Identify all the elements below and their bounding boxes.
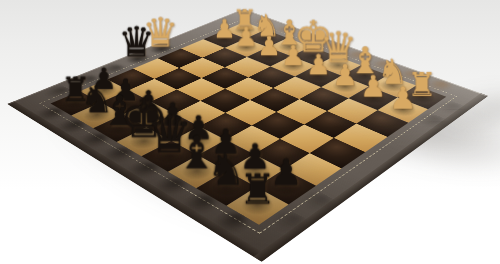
white-pawn-glyph: ♟ bbox=[213, 16, 236, 42]
white-pawn-glyph: ♟ bbox=[332, 61, 358, 90]
black-queen-glyph: ♛ bbox=[118, 21, 155, 63]
black-rook-glyph: ♜ bbox=[239, 168, 276, 209]
white-pawn-glyph: ♟ bbox=[306, 51, 331, 79]
white-pawn-glyph: ♟ bbox=[281, 42, 306, 70]
board-playfield: ♜♞♝♚♛♝♞♜♟♟♟♟♟♟♟♟♟♟♟♟♟♟♟♟♜♞♝♚♛♝♞♜ bbox=[51, 22, 447, 225]
chess-board: ♜♞♝♚♛♝♞♜♟♟♟♟♟♟♟♟♟♟♟♟♟♟♟♟♜♞♝♚♛♝♞♜ ♛♛ bbox=[7, 9, 488, 262]
square-b4 bbox=[304, 111, 356, 138]
white-pawn-glyph: ♟ bbox=[389, 82, 417, 113]
chess-set-product-photo: ♜♞♝♚♛♝♞♜♟♟♟♟♟♟♟♟♟♟♟♟♟♟♟♟♜♞♝♚♛♝♞♜ ♛♛ bbox=[0, 0, 500, 264]
white-pawn-glyph: ♟ bbox=[234, 24, 258, 50]
white-pawn-glyph: ♟ bbox=[257, 33, 281, 60]
white-pawn-glyph: ♟ bbox=[360, 71, 387, 101]
